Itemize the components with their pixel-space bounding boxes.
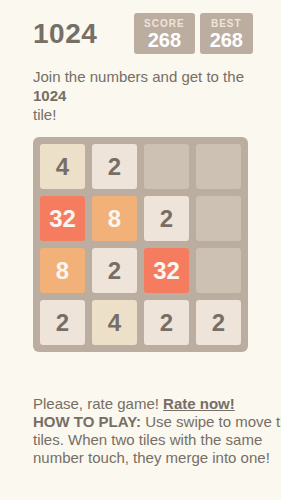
howto-line1: HOW TO PLAY: Use swipe to move the	[33, 413, 248, 431]
tile-32: 32	[144, 248, 189, 293]
score-value: 268	[148, 30, 181, 51]
rate-line: Please, rate game! Rate now!	[33, 395, 248, 413]
tile-32: 32	[40, 196, 85, 241]
howto-label: HOW TO PLAY:	[33, 413, 141, 430]
footer-text: Please, rate game! Rate now! HOW TO PLAY…	[33, 395, 248, 467]
score-panel: SCORE 268 BEST 268	[134, 13, 253, 54]
empty-cell	[196, 196, 241, 241]
score-box: SCORE 268	[134, 13, 195, 54]
rate-text: Please, rate game!	[33, 395, 163, 412]
rate-now-link[interactable]: Rate now!	[163, 395, 235, 412]
tile-2: 2	[144, 196, 189, 241]
howto-line2: tiles. When two tiles with the same	[33, 431, 248, 449]
tile-2: 2	[144, 300, 189, 345]
empty-cell	[144, 144, 189, 189]
intro-text: Join the numbers and get to the 1024 til…	[33, 67, 248, 124]
score-label: SCORE	[144, 18, 185, 30]
intro-line2-text: tile!	[33, 106, 56, 123]
page-root: 1024 SCORE 268 BEST 268 Join the numbers…	[0, 13, 281, 500]
best-box: BEST 268	[200, 13, 253, 54]
intro-goal-number: 1024	[33, 87, 66, 104]
header: 1024 SCORE 268 BEST 268	[33, 13, 253, 54]
best-label: BEST	[211, 18, 242, 30]
tile-2: 2	[196, 300, 241, 345]
game-board[interactable]: 42328282322422	[33, 137, 248, 352]
howto-line1-text: Use swipe to move the	[141, 413, 281, 430]
tile-2: 2	[92, 248, 137, 293]
tile-4: 4	[40, 144, 85, 189]
tile-2: 2	[92, 144, 137, 189]
howto-line3: number touch, they merge into one!	[33, 449, 248, 467]
empty-cell	[196, 144, 241, 189]
empty-cell	[196, 248, 241, 293]
game-title: 1024	[33, 18, 97, 50]
intro-line1-text: Join the numbers and get to the	[33, 68, 244, 85]
tile-2: 2	[40, 300, 85, 345]
best-value: 268	[210, 30, 243, 51]
tile-8: 8	[40, 248, 85, 293]
tile-8: 8	[92, 196, 137, 241]
tile-4: 4	[92, 300, 137, 345]
